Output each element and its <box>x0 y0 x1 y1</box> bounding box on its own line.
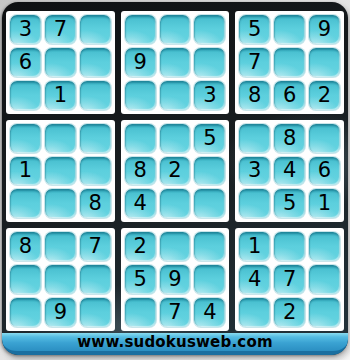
cell-r4c1[interactable] <box>10 124 41 153</box>
cell-r6c4[interactable]: 4 <box>125 189 156 218</box>
cell-r6c9[interactable]: 1 <box>309 189 340 218</box>
cell-r8c5[interactable]: 9 <box>160 265 191 294</box>
cell-r3c1[interactable] <box>10 81 41 110</box>
cell-r9c7[interactable] <box>239 298 270 327</box>
cell-r8c4[interactable]: 5 <box>125 265 156 294</box>
box-3-3: 1472 <box>235 228 344 331</box>
cell-r5c1[interactable]: 1 <box>10 157 41 186</box>
cell-r3c5[interactable] <box>160 81 191 110</box>
cell-r8c9[interactable] <box>309 265 340 294</box>
footer-url: www.sudokusweb.com <box>77 333 272 351</box>
cell-r1c7[interactable]: 5 <box>239 15 270 44</box>
cell-r5c4[interactable]: 8 <box>125 157 156 186</box>
cell-r9c2[interactable]: 9 <box>45 298 76 327</box>
cell-r5c6[interactable] <box>194 157 225 186</box>
cell-r7c1[interactable]: 8 <box>10 232 41 261</box>
cell-r5c8[interactable]: 4 <box>274 157 305 186</box>
cell-r5c2[interactable] <box>45 157 76 186</box>
cell-r2c1[interactable]: 6 <box>10 48 41 77</box>
cell-r3c6[interactable]: 3 <box>194 81 225 110</box>
cell-r9c1[interactable] <box>10 298 41 327</box>
cell-r9c6[interactable]: 4 <box>194 298 225 327</box>
cell-r7c4[interactable]: 2 <box>125 232 156 261</box>
cell-r2c8[interactable] <box>274 48 305 77</box>
cell-r7c5[interactable] <box>160 232 191 261</box>
cell-r5c5[interactable]: 2 <box>160 157 191 186</box>
cell-r1c9[interactable]: 9 <box>309 15 340 44</box>
cell-r2c2[interactable] <box>45 48 76 77</box>
cell-r3c4[interactable] <box>125 81 156 110</box>
cell-r1c5[interactable] <box>160 15 191 44</box>
cell-r1c3[interactable] <box>80 15 111 44</box>
cell-r6c2[interactable] <box>45 189 76 218</box>
box-1-2: 93 <box>121 11 230 114</box>
sudoku-widget: 376193597862185824834651879259741472 www… <box>2 2 348 355</box>
cell-r7c9[interactable] <box>309 232 340 261</box>
box-1-3: 597862 <box>235 11 344 114</box>
cell-r3c2[interactable]: 1 <box>45 81 76 110</box>
cell-r2c4[interactable]: 9 <box>125 48 156 77</box>
cell-r7c6[interactable] <box>194 232 225 261</box>
cell-r4c4[interactable] <box>125 124 156 153</box>
cell-r9c9[interactable] <box>309 298 340 327</box>
cell-r5c7[interactable]: 3 <box>239 157 270 186</box>
cell-r6c7[interactable] <box>239 189 270 218</box>
footer-bar[interactable]: www.sudokusweb.com <box>2 333 348 355</box>
cell-r4c2[interactable] <box>45 124 76 153</box>
cell-r2c7[interactable]: 7 <box>239 48 270 77</box>
cell-r4c3[interactable] <box>80 124 111 153</box>
cell-r6c8[interactable]: 5 <box>274 189 305 218</box>
cell-r6c6[interactable] <box>194 189 225 218</box>
cell-r7c7[interactable]: 1 <box>239 232 270 261</box>
box-3-1: 879 <box>6 228 115 331</box>
cell-r1c1[interactable]: 3 <box>10 15 41 44</box>
cell-r2c5[interactable] <box>160 48 191 77</box>
cell-r1c6[interactable] <box>194 15 225 44</box>
box-1-1: 3761 <box>6 11 115 114</box>
cell-r6c1[interactable] <box>10 189 41 218</box>
cell-r2c9[interactable] <box>309 48 340 77</box>
cell-r3c7[interactable]: 8 <box>239 81 270 110</box>
cell-r9c3[interactable] <box>80 298 111 327</box>
cell-r1c8[interactable] <box>274 15 305 44</box>
cell-r6c3[interactable]: 8 <box>80 189 111 218</box>
box-2-1: 18 <box>6 120 115 223</box>
cell-r5c9[interactable]: 6 <box>309 157 340 186</box>
cell-r7c8[interactable] <box>274 232 305 261</box>
cell-r4c5[interactable] <box>160 124 191 153</box>
cell-r7c2[interactable] <box>45 232 76 261</box>
cell-r9c4[interactable] <box>125 298 156 327</box>
cell-r7c3[interactable]: 7 <box>80 232 111 261</box>
cell-r4c8[interactable]: 8 <box>274 124 305 153</box>
cell-r6c5[interactable] <box>160 189 191 218</box>
cell-r8c1[interactable] <box>10 265 41 294</box>
cell-r8c2[interactable] <box>45 265 76 294</box>
cell-r1c2[interactable]: 7 <box>45 15 76 44</box>
cell-r9c8[interactable]: 2 <box>274 298 305 327</box>
cell-r4c9[interactable] <box>309 124 340 153</box>
box-2-3: 834651 <box>235 120 344 223</box>
cell-r3c8[interactable]: 6 <box>274 81 305 110</box>
cell-r9c5[interactable]: 7 <box>160 298 191 327</box>
cell-r8c6[interactable] <box>194 265 225 294</box>
cell-r5c3[interactable] <box>80 157 111 186</box>
cell-r2c6[interactable] <box>194 48 225 77</box>
cell-r8c7[interactable]: 4 <box>239 265 270 294</box>
sudoku-board: 376193597862185824834651879259741472 <box>6 11 344 331</box>
cell-r3c3[interactable] <box>80 81 111 110</box>
cell-r8c8[interactable]: 7 <box>274 265 305 294</box>
cell-r4c6[interactable]: 5 <box>194 124 225 153</box>
cell-r4c7[interactable] <box>239 124 270 153</box>
cell-r1c4[interactable] <box>125 15 156 44</box>
cell-r3c9[interactable]: 2 <box>309 81 340 110</box>
cell-r2c3[interactable] <box>80 48 111 77</box>
cell-r8c3[interactable] <box>80 265 111 294</box>
box-2-2: 5824 <box>121 120 230 223</box>
box-3-2: 25974 <box>121 228 230 331</box>
